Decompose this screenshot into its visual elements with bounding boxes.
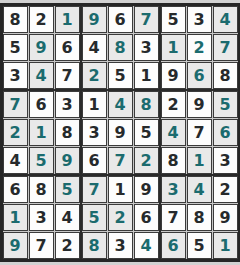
cell-r9c3[interactable]: 2 [55, 232, 80, 259]
cell-r2c3[interactable]: 6 [55, 34, 80, 61]
cell-r3c9[interactable]: 8 [213, 62, 238, 89]
cell-r6c2[interactable]: 5 [29, 147, 54, 174]
cell-r1c1[interactable]: 8 [3, 6, 28, 33]
cell-r1c5[interactable]: 6 [108, 6, 133, 33]
cell-r3c5[interactable]: 5 [108, 62, 133, 89]
box-8: 719526834 [82, 176, 159, 259]
cell-r1c3[interactable]: 1 [55, 6, 80, 33]
cell-r8c7[interactable]: 7 [161, 204, 186, 231]
box-2: 967483251 [82, 6, 159, 89]
box-9: 342789651 [161, 176, 238, 259]
cell-r7c4[interactable]: 7 [82, 176, 107, 203]
cell-r9c2[interactable]: 7 [29, 232, 54, 259]
cell-r7c8[interactable]: 4 [187, 176, 212, 203]
box-1: 821596347 [3, 6, 80, 89]
cell-r5c9[interactable]: 6 [213, 119, 238, 146]
cell-r4c4[interactable]: 1 [82, 91, 107, 118]
cell-r2c8[interactable]: 2 [187, 34, 212, 61]
cell-r5c8[interactable]: 7 [187, 119, 212, 146]
cell-r8c8[interactable]: 8 [187, 204, 212, 231]
page: 8215963479674832515341279687632184591483… [0, 0, 240, 265]
box-3: 534127968 [161, 6, 238, 89]
cell-r3c1[interactable]: 3 [3, 62, 28, 89]
cell-r7c3[interactable]: 5 [55, 176, 80, 203]
cell-r8c9[interactable]: 9 [213, 204, 238, 231]
cell-r9c5[interactable]: 3 [108, 232, 133, 259]
cell-r2c7[interactable]: 1 [161, 34, 186, 61]
cell-r4c1[interactable]: 7 [3, 91, 28, 118]
cell-r4c2[interactable]: 6 [29, 91, 54, 118]
cell-r3c6[interactable]: 1 [134, 62, 159, 89]
cell-r4c8[interactable]: 9 [187, 91, 212, 118]
cell-r8c3[interactable]: 4 [55, 204, 80, 231]
cell-r7c9[interactable]: 2 [213, 176, 238, 203]
cell-r1c2[interactable]: 2 [29, 6, 54, 33]
cell-r6c5[interactable]: 7 [108, 147, 133, 174]
cell-r8c1[interactable]: 1 [3, 204, 28, 231]
cell-r1c4[interactable]: 9 [82, 6, 107, 33]
cell-r7c7[interactable]: 3 [161, 176, 186, 203]
box-4: 763218459 [3, 91, 80, 174]
cell-r8c2[interactable]: 3 [29, 204, 54, 231]
cell-r6c8[interactable]: 1 [187, 147, 212, 174]
cell-r9c9[interactable]: 1 [213, 232, 238, 259]
cell-r1c8[interactable]: 3 [187, 6, 212, 33]
box-5: 148395672 [82, 91, 159, 174]
cell-r5c6[interactable]: 5 [134, 119, 159, 146]
cell-r6c7[interactable]: 8 [161, 147, 186, 174]
cell-r6c9[interactable]: 3 [213, 147, 238, 174]
cell-r9c4[interactable]: 8 [82, 232, 107, 259]
cell-r6c1[interactable]: 4 [3, 147, 28, 174]
cell-r6c4[interactable]: 6 [82, 147, 107, 174]
sudoku-board: 8215963479674832515341279687632184591483… [0, 3, 240, 262]
cell-r3c3[interactable]: 7 [55, 62, 80, 89]
cell-r2c5[interactable]: 8 [108, 34, 133, 61]
cell-r4c6[interactable]: 8 [134, 91, 159, 118]
cell-r2c1[interactable]: 5 [3, 34, 28, 61]
cell-r5c2[interactable]: 1 [29, 119, 54, 146]
cell-r3c4[interactable]: 2 [82, 62, 107, 89]
box-7: 685134972 [3, 176, 80, 259]
cell-r2c6[interactable]: 3 [134, 34, 159, 61]
cell-r3c2[interactable]: 4 [29, 62, 54, 89]
cell-r2c9[interactable]: 7 [213, 34, 238, 61]
cell-r2c4[interactable]: 4 [82, 34, 107, 61]
cell-r7c1[interactable]: 6 [3, 176, 28, 203]
cell-r5c5[interactable]: 9 [108, 119, 133, 146]
cell-r7c6[interactable]: 9 [134, 176, 159, 203]
cell-r2c2[interactable]: 9 [29, 34, 54, 61]
cell-r1c7[interactable]: 5 [161, 6, 186, 33]
cell-r1c9[interactable]: 4 [213, 6, 238, 33]
cell-r5c7[interactable]: 4 [161, 119, 186, 146]
cell-r3c7[interactable]: 9 [161, 62, 186, 89]
cell-r8c5[interactable]: 2 [108, 204, 133, 231]
cell-r7c2[interactable]: 8 [29, 176, 54, 203]
cell-r1c6[interactable]: 7 [134, 6, 159, 33]
box-6: 295476813 [161, 91, 238, 174]
cell-r9c7[interactable]: 6 [161, 232, 186, 259]
cell-r6c3[interactable]: 9 [55, 147, 80, 174]
cell-r8c4[interactable]: 5 [82, 204, 107, 231]
cell-r3c8[interactable]: 6 [187, 62, 212, 89]
cell-r8c6[interactable]: 6 [134, 204, 159, 231]
cell-r9c1[interactable]: 9 [3, 232, 28, 259]
cell-r9c6[interactable]: 4 [134, 232, 159, 259]
cell-r6c6[interactable]: 2 [134, 147, 159, 174]
cell-r7c5[interactable]: 1 [108, 176, 133, 203]
cell-r9c8[interactable]: 5 [187, 232, 212, 259]
cell-r4c5[interactable]: 4 [108, 91, 133, 118]
cell-r4c3[interactable]: 3 [55, 91, 80, 118]
cell-r4c7[interactable]: 2 [161, 91, 186, 118]
cell-r5c1[interactable]: 2 [3, 119, 28, 146]
cell-r5c4[interactable]: 3 [82, 119, 107, 146]
cell-r4c9[interactable]: 5 [213, 91, 238, 118]
cell-r5c3[interactable]: 8 [55, 119, 80, 146]
